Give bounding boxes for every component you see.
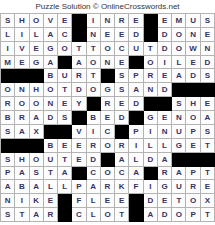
- letter-cell: A: [201, 111, 215, 125]
- letter-cell: O: [30, 14, 44, 28]
- letter-cell: O: [1, 83, 15, 97]
- letter-cell: E: [101, 28, 115, 42]
- letter-cell: D: [201, 56, 215, 70]
- letter-cell: A: [44, 56, 58, 70]
- letter-cell: T: [58, 153, 72, 167]
- letter-cell: N: [1, 194, 15, 208]
- letter-cell: A: [158, 153, 172, 167]
- letter-cell: A: [144, 208, 158, 222]
- letter-cell: E: [201, 180, 215, 194]
- letter-cell: C: [87, 167, 101, 181]
- letter-cell: L: [30, 28, 44, 42]
- letter-cell: R: [15, 111, 29, 125]
- black-cell: [186, 83, 200, 97]
- letter-cell: R: [72, 69, 86, 83]
- letter-cell: H: [15, 14, 29, 28]
- letter-cell: P: [186, 208, 200, 222]
- black-cell: [144, 28, 158, 42]
- letter-cell: O: [172, 208, 186, 222]
- letter-cell: I: [87, 125, 101, 139]
- black-cell: [101, 153, 115, 167]
- letter-cell: P: [1, 167, 15, 181]
- black-cell: [44, 125, 58, 139]
- letter-cell: O: [101, 208, 115, 222]
- letter-cell: G: [101, 83, 115, 97]
- letter-cell: G: [158, 180, 172, 194]
- letter-cell: R: [44, 208, 58, 222]
- letter-cell: G: [30, 56, 44, 70]
- letter-cell: S: [201, 125, 215, 139]
- black-cell: [158, 97, 172, 111]
- letter-cell: I: [129, 139, 143, 153]
- letter-cell: D: [158, 83, 172, 97]
- letter-cell: S: [1, 153, 15, 167]
- puzzle-solution-page: Puzzle Solution © OnlineCrosswords.net S…: [0, 0, 215, 225]
- letter-cell: T: [201, 167, 215, 181]
- letter-cell: K: [30, 194, 44, 208]
- letter-cell: C: [72, 208, 86, 222]
- letter-cell: N: [158, 125, 172, 139]
- black-cell: [144, 14, 158, 28]
- letter-cell: U: [172, 180, 186, 194]
- letter-cell: M: [1, 56, 15, 70]
- letter-cell: A: [87, 180, 101, 194]
- letter-cell: A: [44, 28, 58, 42]
- letter-cell: K: [115, 180, 129, 194]
- letter-cell: O: [172, 28, 186, 42]
- letter-cell: E: [186, 56, 200, 70]
- letter-cell: D: [115, 111, 129, 125]
- letter-cell: N: [15, 83, 29, 97]
- letter-cell: D: [158, 208, 172, 222]
- letter-cell: N: [201, 42, 215, 56]
- letter-cell: A: [15, 125, 29, 139]
- letter-cell: U: [186, 14, 200, 28]
- letter-cell: R: [101, 180, 115, 194]
- letter-cell: N: [87, 28, 101, 42]
- letter-cell: E: [72, 153, 86, 167]
- letter-cell: H: [15, 153, 29, 167]
- letter-cell: N: [44, 97, 58, 111]
- black-cell: [72, 28, 86, 42]
- letter-cell: S: [201, 14, 215, 28]
- black-cell: [172, 153, 186, 167]
- letter-cell: D: [144, 194, 158, 208]
- letter-cell: C: [58, 28, 72, 42]
- letter-cell: R: [158, 167, 172, 181]
- letter-cell: T: [87, 69, 101, 83]
- black-cell: [58, 56, 72, 70]
- letter-cell: U: [44, 153, 58, 167]
- letter-cell: R: [101, 97, 115, 111]
- letter-cell: G: [44, 42, 58, 56]
- black-cell: [15, 139, 29, 153]
- letter-cell: A: [72, 56, 86, 70]
- letter-cell: C: [115, 167, 129, 181]
- letter-cell: B: [87, 111, 101, 125]
- letter-cell: D: [87, 153, 101, 167]
- black-cell: [58, 194, 72, 208]
- letter-cell: N: [101, 56, 115, 70]
- letter-cell: A: [30, 180, 44, 194]
- letter-cell: L: [87, 208, 101, 222]
- letter-cell: T: [172, 194, 186, 208]
- letter-cell: A: [129, 83, 143, 97]
- black-cell: [201, 153, 215, 167]
- letter-cell: E: [101, 194, 115, 208]
- letter-cell: D: [144, 153, 158, 167]
- letter-cell: E: [115, 28, 129, 42]
- letter-cell: T: [44, 167, 58, 181]
- letter-cell: O: [186, 111, 200, 125]
- letter-cell: S: [115, 83, 129, 97]
- letter-cell: E: [129, 14, 143, 28]
- letter-cell: D: [44, 111, 58, 125]
- letter-cell: O: [30, 153, 44, 167]
- letter-cell: O: [15, 97, 29, 111]
- letter-cell: M: [172, 14, 186, 28]
- letter-cell: O: [101, 167, 115, 181]
- black-cell: [129, 56, 143, 70]
- black-cell: [1, 69, 15, 83]
- black-cell: [172, 83, 186, 97]
- letter-cell: T: [115, 208, 129, 222]
- letter-cell: E: [186, 139, 200, 153]
- letter-cell: E: [58, 139, 72, 153]
- letter-cell: E: [158, 194, 172, 208]
- letter-cell: R: [87, 139, 101, 153]
- letter-cell: T: [87, 42, 101, 56]
- black-cell: [72, 167, 86, 181]
- letter-cell: A: [1, 180, 15, 194]
- letter-cell: L: [172, 56, 186, 70]
- letter-cell: X: [201, 194, 215, 208]
- letter-cell: F: [129, 180, 143, 194]
- black-cell: [129, 194, 143, 208]
- black-cell: [101, 69, 115, 83]
- letter-cell: P: [72, 180, 86, 194]
- letter-cell: N: [144, 83, 158, 97]
- letter-cell: G: [172, 139, 186, 153]
- letter-cell: B: [44, 139, 58, 153]
- letter-cell: L: [58, 180, 72, 194]
- letter-cell: S: [1, 125, 15, 139]
- letter-cell: R: [115, 139, 129, 153]
- letter-cell: V: [15, 42, 29, 56]
- letter-cell: L: [1, 28, 15, 42]
- letter-cell: E: [115, 56, 129, 70]
- black-cell: [186, 153, 200, 167]
- letter-cell: T: [144, 42, 158, 56]
- letter-cell: P: [129, 69, 143, 83]
- black-cell: [201, 83, 215, 97]
- letter-cell: L: [144, 139, 158, 153]
- letter-cell: R: [115, 14, 129, 28]
- letter-cell: E: [72, 139, 86, 153]
- letter-cell: X: [30, 125, 44, 139]
- letter-cell: I: [15, 28, 29, 42]
- letter-cell: E: [115, 97, 129, 111]
- letter-cell: U: [172, 125, 186, 139]
- letter-cell: U: [58, 69, 72, 83]
- letter-cell: T: [58, 83, 72, 97]
- letter-cell: E: [201, 97, 215, 111]
- letter-cell: O: [144, 56, 158, 70]
- letter-cell: E: [101, 111, 115, 125]
- letter-cell: A: [129, 167, 143, 181]
- crossword-grid: SHOVEINREEMUSLILACNEEDDONEIVEGOTTOCUTDOW…: [0, 13, 215, 222]
- letter-cell: E: [201, 28, 215, 42]
- letter-cell: E: [158, 111, 172, 125]
- letter-cell: E: [15, 56, 29, 70]
- letter-cell: I: [15, 194, 29, 208]
- letter-cell: R: [1, 97, 15, 111]
- letter-cell: L: [87, 194, 101, 208]
- letter-cell: O: [172, 42, 186, 56]
- letter-cell: S: [58, 111, 72, 125]
- letter-cell: E: [58, 97, 72, 111]
- black-cell: [115, 125, 129, 139]
- letter-cell: E: [44, 194, 58, 208]
- letter-cell: A: [58, 167, 72, 181]
- black-cell: [129, 208, 143, 222]
- letter-cell: A: [30, 111, 44, 125]
- letter-cell: A: [15, 167, 29, 181]
- letter-cell: T: [72, 42, 86, 56]
- letter-cell: R: [144, 69, 158, 83]
- letter-cell: T: [15, 208, 29, 222]
- letter-cell: I: [144, 125, 158, 139]
- black-cell: [129, 111, 143, 125]
- letter-cell: N: [186, 28, 200, 42]
- letter-cell: I: [87, 14, 101, 28]
- letter-cell: V: [44, 14, 58, 28]
- letter-cell: W: [186, 42, 200, 56]
- letter-cell: U: [129, 42, 143, 56]
- black-cell: [15, 69, 29, 83]
- letter-cell: P: [186, 125, 200, 139]
- letter-cell: C: [115, 42, 129, 56]
- letter-cell: O: [186, 194, 200, 208]
- letter-cell: L: [158, 139, 172, 153]
- black-cell: [58, 208, 72, 222]
- letter-cell: D: [158, 42, 172, 56]
- letter-cell: I: [158, 56, 172, 70]
- letter-cell: H: [30, 83, 44, 97]
- letter-cell: N: [172, 111, 186, 125]
- letter-cell: D: [129, 97, 143, 111]
- letter-cell: E: [30, 42, 44, 56]
- letter-cell: O: [87, 56, 101, 70]
- letter-cell: G: [144, 111, 158, 125]
- letter-cell: O: [101, 42, 115, 56]
- letter-cell: I: [144, 180, 158, 194]
- letter-cell: H: [186, 97, 200, 111]
- black-cell: [30, 139, 44, 153]
- letter-cell: D: [72, 83, 86, 97]
- letter-cell: S: [115, 69, 129, 83]
- letter-cell: B: [44, 69, 58, 83]
- letter-cell: A: [115, 153, 129, 167]
- letter-cell: R: [186, 180, 200, 194]
- letter-cell: E: [115, 194, 129, 208]
- letter-cell: D: [129, 28, 143, 42]
- black-cell: [72, 111, 86, 125]
- letter-cell: O: [101, 139, 115, 153]
- black-cell: [58, 125, 72, 139]
- letter-cell: E: [58, 14, 72, 28]
- letter-cell: S: [1, 208, 15, 222]
- letter-cell: O: [87, 83, 101, 97]
- letter-cell: A: [172, 69, 186, 83]
- letter-cell: O: [58, 42, 72, 56]
- letter-cell: O: [30, 97, 44, 111]
- letter-cell: E: [158, 14, 172, 28]
- letter-cell: I: [1, 42, 15, 56]
- letter-cell: Y: [72, 97, 86, 111]
- letter-cell: B: [15, 180, 29, 194]
- page-title: Puzzle Solution © OnlineCrosswords.net: [0, 0, 215, 13]
- letter-cell: N: [101, 14, 115, 28]
- black-cell: [30, 69, 44, 83]
- letter-cell: L: [44, 180, 58, 194]
- black-cell: [87, 97, 101, 111]
- letter-cell: S: [172, 97, 186, 111]
- letter-cell: P: [186, 167, 200, 181]
- letter-cell: P: [129, 125, 143, 139]
- letter-cell: E: [158, 69, 172, 83]
- letter-cell: S: [201, 69, 215, 83]
- letter-cell: T: [201, 139, 215, 153]
- letter-cell: S: [30, 167, 44, 181]
- letter-cell: L: [129, 153, 143, 167]
- letter-cell: V: [72, 125, 86, 139]
- letter-cell: A: [172, 167, 186, 181]
- black-cell: [144, 97, 158, 111]
- letter-cell: D: [158, 28, 172, 42]
- letter-cell: A: [30, 208, 44, 222]
- letter-cell: S: [1, 14, 15, 28]
- letter-cell: T: [201, 208, 215, 222]
- black-cell: [72, 14, 86, 28]
- black-cell: [1, 139, 15, 153]
- letter-cell: F: [72, 194, 86, 208]
- black-cell: [144, 167, 158, 181]
- letter-cell: B: [1, 111, 15, 125]
- letter-cell: D: [186, 69, 200, 83]
- letter-cell: O: [44, 83, 58, 97]
- letter-cell: C: [101, 125, 115, 139]
